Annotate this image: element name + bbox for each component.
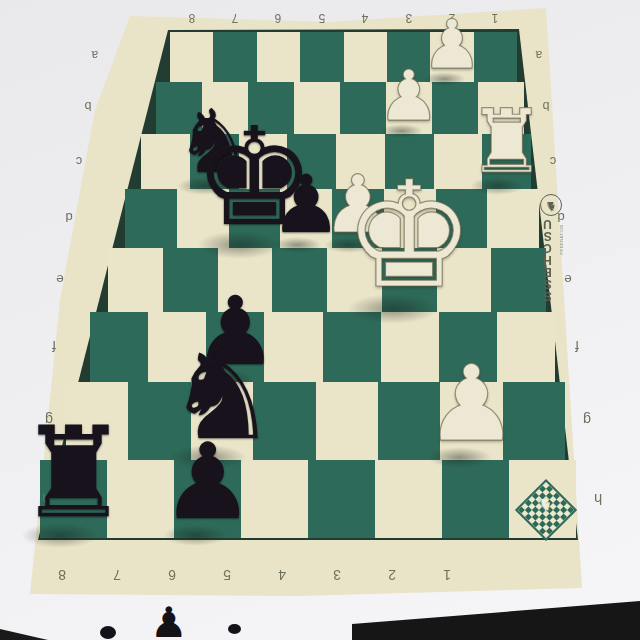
rank-label-bottom-1: 1 [439,568,455,582]
captured-black-piece [228,624,241,634]
square-e5[interactable] [272,248,327,312]
table-surface: aabbccddeeffgghh8877665544332211 ♞ USCHE… [0,0,640,640]
file-label-right-c: c [545,154,561,167]
uschess-wordmark: USCHESS [543,218,552,302]
rank-label-bottom-3: 3 [329,568,345,582]
square-h3[interactable] [375,460,442,538]
rank-label-top-3: 3 [401,12,417,24]
uschess-side-logo: ♞ USCHESS FEDERATION [534,194,568,304]
file-label-left-a: a [87,49,103,61]
square-a7[interactable] [213,32,256,82]
rank-label-bottom-8: 8 [54,568,70,582]
file-label-left-b: b [80,100,96,112]
rank-label-bottom-4: 4 [274,568,290,582]
board-row-file-e [108,248,546,312]
square-f8[interactable] [90,312,148,382]
square-a6[interactable] [257,32,300,82]
file-label-right-g: g [579,413,595,427]
file-label-left-c: c [71,154,87,167]
square-h4[interactable] [308,460,375,538]
rank-label-bottom-7: 7 [109,568,125,582]
square-a5[interactable] [300,32,343,82]
square-a8[interactable] [170,32,213,82]
square-g4[interactable] [316,382,378,460]
rank-label-bottom-2: 2 [384,568,400,582]
file-label-right-a: a [531,49,547,61]
white-rook-c1[interactable]: ♜ [467,98,546,186]
rank-label-top-4: 4 [357,12,373,24]
file-label-left-e: e [52,272,68,286]
square-d8[interactable] [125,189,177,248]
file-label-right-h: h [590,491,606,506]
square-e8[interactable] [108,248,163,312]
white-pawn-b3[interactable]: ♟ [378,61,441,131]
rank-label-bottom-6: 6 [164,568,180,582]
rank-label-top-1: 1 [487,12,503,24]
rank-label-top-6: 6 [270,12,286,24]
white-pawn-g2[interactable]: ♟ [424,352,518,457]
rank-label-top-8: 8 [184,12,200,24]
rank-label-top-5: 5 [314,12,330,24]
black-pawn-h6[interactable]: ♟ [160,430,254,535]
white-king-e3[interactable]: ♚ [343,162,475,309]
file-label-left-f: f [46,339,62,353]
rank-label-bottom-5: 5 [219,568,235,582]
uschess-micro-text: FEDERATION [559,224,564,254]
black-rook-h8[interactable]: ♜ [17,410,129,535]
square-h2[interactable] [442,460,509,538]
captured-black-piece: ♟ [150,602,188,640]
captured-black-piece [100,626,116,639]
corner-knight-icon: ♞ [537,495,552,515]
square-d1[interactable] [487,189,539,248]
uschess-knight-emblem-icon: ♞ [540,194,562,216]
rank-label-top-7: 7 [227,12,243,24]
file-label-left-d: d [61,211,77,224]
file-label-right-f: f [569,339,585,353]
